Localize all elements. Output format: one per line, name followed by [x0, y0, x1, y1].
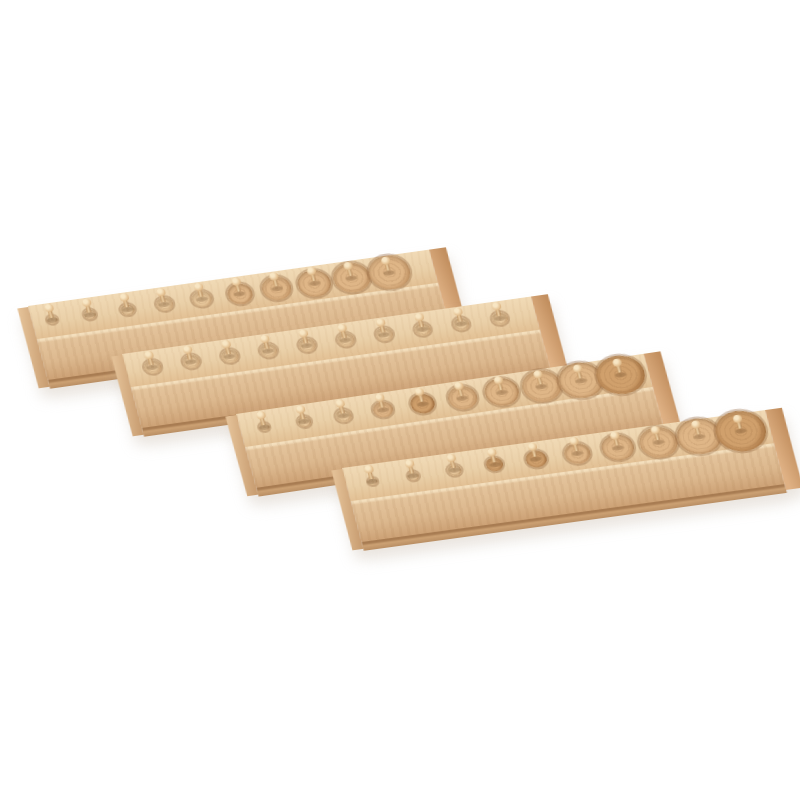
knob-shadow — [339, 337, 351, 343]
knob-ball — [732, 414, 743, 423]
product-photo — [0, 0, 800, 800]
knob-shadow — [575, 378, 587, 384]
knob-shadow — [530, 456, 542, 462]
knob-shadow — [535, 383, 547, 389]
knob-shadow — [271, 285, 283, 291]
knobbed-cylinder — [367, 477, 378, 485]
knob-ball — [533, 370, 544, 379]
knob-shadow — [378, 332, 390, 338]
knob-shadow — [308, 280, 320, 286]
knob-shadow — [417, 401, 429, 407]
knob-shadow — [614, 372, 626, 378]
knob-shadow — [612, 445, 624, 451]
knob-shadow — [121, 307, 133, 313]
knob-ball — [572, 364, 583, 373]
knob-shadow — [196, 296, 208, 302]
knob-shadow — [571, 450, 583, 456]
knob-shadow — [377, 407, 389, 413]
knob-shadow — [298, 418, 310, 424]
knob-shadow — [694, 433, 706, 439]
knob-shadow — [417, 326, 429, 332]
knob-shadow — [383, 270, 395, 276]
knob-shadow — [233, 291, 245, 297]
knob-shadow — [653, 439, 665, 445]
knob-shadow — [146, 364, 158, 370]
knob-ball — [691, 420, 702, 429]
knob-shadow — [262, 348, 274, 354]
knob-shadow — [346, 275, 358, 281]
knob-shadow — [407, 473, 419, 479]
knob-shadow — [301, 343, 313, 349]
knob-ball — [343, 261, 354, 270]
knob-shadow — [223, 353, 235, 359]
knob-shadow — [455, 321, 467, 327]
knob-ball — [612, 358, 623, 367]
knob-shadow — [337, 413, 349, 419]
knob-ball — [380, 256, 391, 265]
knob-ball — [650, 426, 661, 435]
knob-shadow — [489, 462, 501, 468]
knob-shadow — [159, 301, 171, 307]
knob-shadow — [448, 467, 460, 473]
knob-shadow — [734, 428, 746, 434]
knob-shadow — [456, 395, 468, 401]
knob-shadow — [185, 359, 197, 365]
knob-shadow — [496, 389, 508, 395]
knob-ball — [493, 376, 504, 385]
knob-shadow — [84, 312, 96, 318]
knob-shadow — [494, 315, 506, 321]
